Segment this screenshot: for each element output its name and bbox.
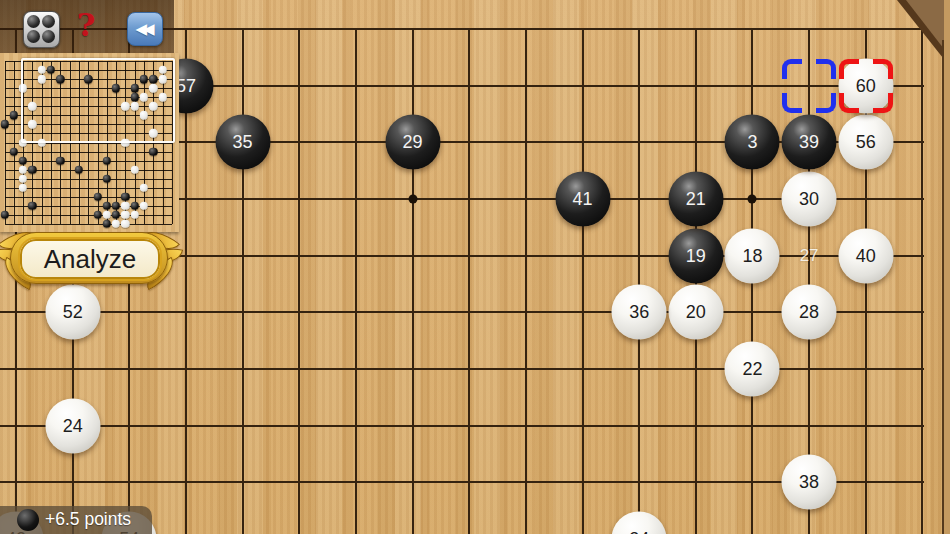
knob-icon (27, 15, 40, 28)
minimap-board[interactable] (0, 53, 179, 232)
minimap-stone (130, 166, 138, 174)
bracket-corner (839, 59, 859, 79)
stone-39: 39 (782, 115, 837, 170)
move-marker-bracket (782, 59, 836, 113)
move-marker-bracket (839, 59, 893, 113)
minimap-grid-line (5, 161, 172, 162)
bracket-corner (839, 93, 859, 113)
minimap-stone (103, 175, 111, 183)
grid-line (0, 368, 924, 370)
board-right-edge-line (942, 40, 944, 534)
stone-18: 18 (725, 228, 780, 283)
stone-3: 3 (725, 115, 780, 170)
stone-21: 21 (668, 171, 723, 226)
minimap-grid-line (5, 197, 172, 198)
grid-line (242, 28, 244, 534)
minimap-stone (103, 156, 111, 164)
stone-34: 34 (612, 511, 667, 534)
stone-22: 22 (725, 341, 780, 396)
minimap-stone (0, 211, 8, 219)
stone-40: 40 (838, 228, 893, 283)
minimap-stone (140, 184, 148, 192)
bracket-corner (816, 93, 836, 113)
minimap-stone (103, 202, 111, 210)
black-stone-icon (17, 509, 39, 531)
minimap-stone (112, 202, 120, 210)
stone-20: 20 (668, 285, 723, 340)
minimap-viewport-rect[interactable] (21, 58, 175, 143)
score-estimate-text: +6.5 points (45, 509, 131, 530)
bracket-corner (816, 59, 836, 79)
minimap-grid-line (5, 152, 172, 153)
minimap-stone (56, 156, 64, 164)
stone-52: 52 (45, 285, 100, 340)
stone-24: 24 (45, 398, 100, 453)
rewind-button[interactable]: ◀◀ (127, 12, 163, 46)
board-right-edge (944, 0, 950, 534)
stone-41: 41 (555, 171, 610, 226)
analyze-label: Analyze (18, 237, 162, 281)
bracket-corner (782, 59, 802, 79)
minimap-grid-line (5, 224, 172, 225)
star-point (408, 194, 417, 203)
minimap-stone (93, 211, 101, 219)
stone-28: 28 (782, 285, 837, 340)
minimap-stone (103, 211, 111, 219)
minimap-stone (0, 120, 8, 128)
knob-icon (27, 30, 40, 43)
analyze-button[interactable]: Analyze (2, 227, 174, 287)
minimap-stone (130, 202, 138, 210)
stone-36: 36 (612, 285, 667, 340)
stone-29: 29 (385, 115, 440, 170)
captured-move-label: 27 (800, 246, 819, 266)
rewind-icon: ◀◀ (135, 20, 150, 38)
grid-line (468, 28, 470, 534)
grid-line (525, 28, 527, 534)
minimap-stone (93, 193, 101, 201)
bracket-corner (873, 93, 893, 113)
knob-icon (42, 30, 55, 43)
minimap-grid-line (5, 179, 172, 180)
minimap-stone (121, 211, 129, 219)
stone-19: 19 (668, 228, 723, 283)
grid-line (638, 28, 640, 534)
grid-line (412, 28, 414, 534)
stone-30: 30 (782, 171, 837, 226)
minimap-stone (28, 202, 36, 210)
minimap-stone (19, 156, 27, 164)
knob-icon (42, 15, 55, 28)
bracket-corner (873, 59, 893, 79)
minimap-stone (149, 147, 157, 155)
minimap-stone (112, 211, 120, 219)
minimap-grid-line (5, 215, 172, 216)
minimap-stone (130, 211, 138, 219)
stone-35: 35 (215, 115, 270, 170)
game-controls-button[interactable] (23, 11, 60, 48)
top-control-bar: ? ◀◀ (0, 0, 174, 53)
stone-56: 56 (838, 115, 893, 170)
stone-38: 38 (782, 455, 837, 510)
minimap-stone (19, 184, 27, 192)
minimap-stone (121, 202, 129, 210)
minimap-grid-line (5, 143, 172, 144)
minimap-stone (19, 175, 27, 183)
bracket-corner (782, 93, 802, 113)
score-estimate-overlay: +6.5 points (0, 506, 152, 534)
star-point (748, 194, 757, 203)
grid-line (298, 28, 300, 534)
grid-line (0, 425, 924, 427)
minimap-stone (75, 166, 83, 174)
grid-line (921, 28, 923, 534)
help-question-mark[interactable]: ? (72, 6, 100, 44)
minimap-stone (10, 111, 18, 119)
minimap-stone (140, 202, 148, 210)
minimap-stone (19, 166, 27, 174)
minimap-stone (121, 193, 129, 201)
grid-line (355, 28, 357, 534)
grid-line (582, 28, 584, 534)
minimap-stone (10, 147, 18, 155)
minimap-stone (28, 166, 36, 174)
